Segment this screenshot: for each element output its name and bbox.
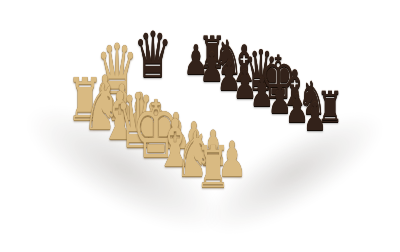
piece-black-pawn-g7: ♟ <box>285 88 309 128</box>
square-b3 <box>123 101 159 118</box>
square-b5 <box>161 86 195 102</box>
square-a5 <box>145 78 179 93</box>
board-shadow-left <box>10 83 238 252</box>
square-d8 <box>245 81 277 96</box>
square-b8 <box>212 66 244 80</box>
piece-white-pawn-f2: ♟ <box>179 116 209 165</box>
square-f4 <box>213 127 249 145</box>
square-c3 <box>141 110 177 127</box>
spare-black-queen: ♛ <box>134 24 173 88</box>
piece-black-pawn-a7: ♟ <box>184 40 209 81</box>
piece-black-knight-g8: ♞ <box>298 75 326 121</box>
square-a4 <box>126 86 161 102</box>
chess-set-photo: ♜♞♝♛♚♝♞♜♟♟♟♟♟♟♟♟♟♟♟♟♟♟♟♟♜♞♝♛♚♝♞♜♛♛ <box>0 0 400 252</box>
piece-black-pawn-d7: ♟ <box>233 64 258 104</box>
square-e5 <box>212 111 247 128</box>
piece-black-queen-d8: ♛ <box>244 42 278 98</box>
square-e6 <box>230 103 264 119</box>
board-shadow-right <box>190 92 399 252</box>
piece-white-pawn-g2: ♟ <box>198 126 228 175</box>
square-d5 <box>195 102 229 118</box>
square-f8 <box>279 96 311 111</box>
piece-black-pawn-e7: ♟ <box>250 72 274 112</box>
square-c4 <box>160 102 195 118</box>
square-a3 <box>107 93 143 109</box>
square-e7 <box>246 95 279 111</box>
square-c8 <box>228 73 260 87</box>
square-g3 <box>213 145 250 164</box>
square-c6 <box>195 87 229 102</box>
square-e3 <box>176 127 212 145</box>
spare-white-queen: ♛ <box>96 35 138 104</box>
square-e4 <box>195 119 230 136</box>
square-g5 <box>248 127 283 144</box>
square-f6 <box>247 111 281 127</box>
square-a6 <box>162 72 195 87</box>
square-f5 <box>230 119 265 136</box>
piece-black-knight-b8: ♞ <box>214 35 243 83</box>
piece-black-bishop-c8: ♝ <box>229 40 259 90</box>
square-c7 <box>212 80 245 95</box>
piece-black-king-e8: ♚ <box>260 47 296 106</box>
piece-black-bishop-f8: ♝ <box>280 64 310 113</box>
piece-black-pawn-b7: ♟ <box>200 48 225 89</box>
square-a7 <box>180 65 213 79</box>
piece-white-pawn-e2: ♟ <box>161 106 191 155</box>
square-d4 <box>177 110 212 127</box>
square-c5 <box>178 94 212 110</box>
square-f3 <box>194 136 231 154</box>
square-f7 <box>263 103 296 119</box>
square-b4 <box>143 94 178 110</box>
square-e8 <box>262 88 294 103</box>
piece-black-pawn-f7: ♟ <box>268 80 292 120</box>
square-d3 <box>158 118 194 135</box>
square-d7 <box>229 88 262 103</box>
piece-black-rook-a8: ♜ <box>199 30 226 75</box>
square-a8 <box>196 59 228 73</box>
square-d6 <box>212 95 246 111</box>
square-g4 <box>231 136 267 154</box>
piece-black-pawn-c7: ♟ <box>216 56 241 96</box>
square-b7 <box>196 72 229 87</box>
square-b6 <box>179 79 212 94</box>
